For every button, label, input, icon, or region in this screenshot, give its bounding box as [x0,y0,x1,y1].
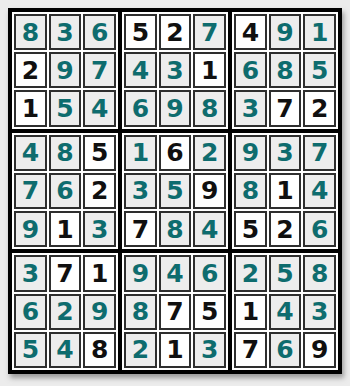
sudoku-board: 8362971545274316984916853724857629131623… [8,8,342,374]
sudoku-cell-r5c9[interactable]: 4 [303,173,336,209]
sudoku-cell-r5c1[interactable]: 7 [14,173,47,209]
sudoku-cell-r3c1[interactable]: 1 [14,90,47,126]
sudoku-cell-r8c4[interactable]: 8 [124,294,157,330]
sudoku-cell-r3c9[interactable]: 2 [303,90,336,126]
sudoku-cell-r1c5[interactable]: 2 [159,14,192,50]
sudoku-box-r3c3: 258143769 [230,251,340,372]
sudoku-cell-r4c4[interactable]: 1 [124,135,157,171]
sudoku-cell-r6c5[interactable]: 8 [159,211,192,247]
sudoku-cell-r4c3[interactable]: 5 [83,135,116,171]
sudoku-cell-r8c3[interactable]: 9 [83,294,116,330]
sudoku-cell-r1c8[interactable]: 9 [269,14,302,50]
sudoku-cell-r1c6[interactable]: 7 [193,14,226,50]
sudoku-cell-r6c9[interactable]: 6 [303,211,336,247]
sudoku-cell-r3c8[interactable]: 7 [269,90,302,126]
sudoku-cell-r8c9[interactable]: 3 [303,294,336,330]
sudoku-cell-r5c7[interactable]: 8 [234,173,267,209]
sudoku-cell-r8c5[interactable]: 7 [159,294,192,330]
sudoku-cell-r2c8[interactable]: 8 [269,52,302,88]
sudoku-cell-r8c2[interactable]: 2 [49,294,82,330]
sudoku-cell-r1c9[interactable]: 1 [303,14,336,50]
sudoku-cell-r4c2[interactable]: 8 [49,135,82,171]
sudoku-cell-r7c8[interactable]: 5 [269,255,302,291]
sudoku-cell-r9c4[interactable]: 2 [124,332,157,368]
sudoku-cell-r3c6[interactable]: 8 [193,90,226,126]
sudoku-cell-r6c8[interactable]: 2 [269,211,302,247]
sudoku-cell-r6c6[interactable]: 4 [193,211,226,247]
sudoku-cell-r3c3[interactable]: 4 [83,90,116,126]
sudoku-cell-r4c8[interactable]: 3 [269,135,302,171]
sudoku-cell-r7c9[interactable]: 8 [303,255,336,291]
sudoku-cell-r1c2[interactable]: 3 [49,14,82,50]
sudoku-cell-r7c1[interactable]: 3 [14,255,47,291]
sudoku-cell-r1c7[interactable]: 4 [234,14,267,50]
sudoku-cell-r2c9[interactable]: 5 [303,52,336,88]
sudoku-cell-r3c5[interactable]: 9 [159,90,192,126]
sudoku-box-r1c3: 491685372 [230,10,340,131]
sudoku-cell-r6c1[interactable]: 9 [14,211,47,247]
sudoku-cell-r6c7[interactable]: 5 [234,211,267,247]
sudoku-box-r2c2: 162359784 [120,131,230,252]
sudoku-box-r2c1: 485762913 [10,131,120,252]
sudoku-cell-r4c9[interactable]: 7 [303,135,336,171]
sudoku-cell-r1c3[interactable]: 6 [83,14,116,50]
sudoku-cell-r5c3[interactable]: 2 [83,173,116,209]
sudoku-box-r1c2: 527431698 [120,10,230,131]
sudoku-box-r3c2: 946875213 [120,251,230,372]
sudoku-cell-r1c4[interactable]: 5 [124,14,157,50]
sudoku-cell-r7c3[interactable]: 1 [83,255,116,291]
sudoku-box-r3c1: 371629548 [10,251,120,372]
sudoku-cell-r3c7[interactable]: 3 [234,90,267,126]
sudoku-cell-r5c5[interactable]: 5 [159,173,192,209]
sudoku-cell-r5c6[interactable]: 9 [193,173,226,209]
sudoku-cell-r8c7[interactable]: 1 [234,294,267,330]
sudoku-cell-r2c3[interactable]: 7 [83,52,116,88]
sudoku-cell-r8c6[interactable]: 5 [193,294,226,330]
sudoku-cell-r9c8[interactable]: 6 [269,332,302,368]
sudoku-cell-r2c4[interactable]: 4 [124,52,157,88]
sudoku-box-r1c1: 836297154 [10,10,120,131]
sudoku-cell-r2c6[interactable]: 1 [193,52,226,88]
sudoku-cell-r2c2[interactable]: 9 [49,52,82,88]
sudoku-cell-r8c1[interactable]: 6 [14,294,47,330]
sudoku-cell-r4c7[interactable]: 9 [234,135,267,171]
sudoku-cell-r2c5[interactable]: 3 [159,52,192,88]
sudoku-cell-r9c1[interactable]: 5 [14,332,47,368]
sudoku-cell-r9c6[interactable]: 3 [193,332,226,368]
sudoku-cell-r3c2[interactable]: 5 [49,90,82,126]
sudoku-cell-r7c6[interactable]: 6 [193,255,226,291]
sudoku-board-container: 8362971545274316984916853724857629131623… [8,8,342,374]
sudoku-cell-r4c6[interactable]: 2 [193,135,226,171]
sudoku-cell-r9c7[interactable]: 7 [234,332,267,368]
sudoku-cell-r7c2[interactable]: 7 [49,255,82,291]
sudoku-cell-r2c7[interactable]: 6 [234,52,267,88]
sudoku-cell-r9c2[interactable]: 4 [49,332,82,368]
sudoku-box-r2c3: 937814526 [230,131,340,252]
sudoku-cell-r1c1[interactable]: 8 [14,14,47,50]
sudoku-cell-r2c1[interactable]: 2 [14,52,47,88]
sudoku-cell-r6c4[interactable]: 7 [124,211,157,247]
sudoku-cell-r9c3[interactable]: 8 [83,332,116,368]
sudoku-cell-r8c8[interactable]: 4 [269,294,302,330]
sudoku-cell-r9c5[interactable]: 1 [159,332,192,368]
sudoku-cell-r3c4[interactable]: 6 [124,90,157,126]
sudoku-cell-r5c8[interactable]: 1 [269,173,302,209]
sudoku-cell-r7c4[interactable]: 9 [124,255,157,291]
sudoku-cell-r5c4[interactable]: 3 [124,173,157,209]
sudoku-cell-r7c7[interactable]: 2 [234,255,267,291]
sudoku-cell-r4c5[interactable]: 6 [159,135,192,171]
sudoku-cell-r6c3[interactable]: 3 [83,211,116,247]
sudoku-cell-r9c9[interactable]: 9 [303,332,336,368]
sudoku-cell-r6c2[interactable]: 1 [49,211,82,247]
sudoku-cell-r7c5[interactable]: 4 [159,255,192,291]
sudoku-cell-r5c2[interactable]: 6 [49,173,82,209]
sudoku-cell-r4c1[interactable]: 4 [14,135,47,171]
